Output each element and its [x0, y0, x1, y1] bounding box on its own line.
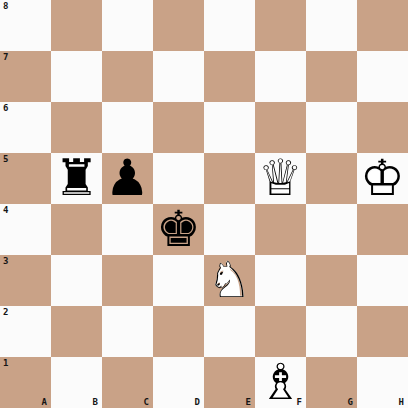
file-label-d: D — [195, 397, 200, 407]
square-b2[interactable] — [51, 306, 102, 357]
square-a3[interactable]: 3 — [0, 255, 51, 306]
white-bishop[interactable]: ♝♗ — [255, 357, 306, 408]
rank-label-5: 5 — [3, 154, 8, 164]
rank-label-2: 2 — [3, 307, 8, 317]
square-f3[interactable] — [255, 255, 306, 306]
square-b6[interactable] — [51, 102, 102, 153]
square-h5[interactable]: ♚♔ — [357, 153, 408, 204]
square-f5[interactable]: ♛♕ — [255, 153, 306, 204]
square-c3[interactable] — [102, 255, 153, 306]
chess-board: 8765♜♟♛♕♚♔4♚3♞♘21ABCDEF♝♗GH — [0, 0, 408, 408]
rank-label-8: 8 — [3, 1, 8, 11]
square-a5[interactable]: 5 — [0, 153, 51, 204]
square-g6[interactable] — [306, 102, 357, 153]
square-e2[interactable] — [204, 306, 255, 357]
square-c1[interactable]: C — [102, 357, 153, 408]
file-label-a: A — [42, 397, 47, 407]
square-f2[interactable] — [255, 306, 306, 357]
square-a4[interactable]: 4 — [0, 204, 51, 255]
square-f7[interactable] — [255, 51, 306, 102]
white-bishop-glyph: ♗ — [255, 357, 306, 408]
square-g8[interactable] — [306, 0, 357, 51]
square-c8[interactable] — [102, 0, 153, 51]
rank-label-1: 1 — [3, 358, 8, 368]
square-g1[interactable]: G — [306, 357, 357, 408]
rank-label-3: 3 — [3, 256, 8, 266]
square-e7[interactable] — [204, 51, 255, 102]
square-d2[interactable] — [153, 306, 204, 357]
square-c7[interactable] — [102, 51, 153, 102]
square-a2[interactable]: 2 — [0, 306, 51, 357]
square-a1[interactable]: 1A — [0, 357, 51, 408]
square-f4[interactable] — [255, 204, 306, 255]
file-label-h: H — [399, 397, 404, 407]
square-b7[interactable] — [51, 51, 102, 102]
rank-label-6: 6 — [3, 103, 8, 113]
white-king[interactable]: ♚♔ — [357, 153, 408, 204]
white-queen-glyph: ♕ — [255, 153, 306, 204]
square-b5[interactable]: ♜ — [51, 153, 102, 204]
square-c5[interactable]: ♟ — [102, 153, 153, 204]
square-c6[interactable] — [102, 102, 153, 153]
square-g7[interactable] — [306, 51, 357, 102]
rank-label-7: 7 — [3, 52, 8, 62]
square-c2[interactable] — [102, 306, 153, 357]
square-h4[interactable] — [357, 204, 408, 255]
black-pawn[interactable]: ♟ — [102, 153, 153, 204]
file-label-b: B — [93, 397, 98, 407]
square-d1[interactable]: D — [153, 357, 204, 408]
black-king[interactable]: ♚ — [153, 204, 204, 255]
file-label-c: C — [144, 397, 149, 407]
square-d7[interactable] — [153, 51, 204, 102]
square-d4[interactable]: ♚ — [153, 204, 204, 255]
square-g4[interactable] — [306, 204, 357, 255]
file-label-e: E — [246, 397, 251, 407]
rank-label-4: 4 — [3, 205, 8, 215]
square-h8[interactable] — [357, 0, 408, 51]
square-e1[interactable]: E — [204, 357, 255, 408]
square-h2[interactable] — [357, 306, 408, 357]
square-f6[interactable] — [255, 102, 306, 153]
black-pawn-glyph: ♟ — [102, 153, 153, 204]
black-king-glyph: ♚ — [153, 204, 204, 255]
square-b1[interactable]: B — [51, 357, 102, 408]
square-e3[interactable]: ♞♘ — [204, 255, 255, 306]
square-h6[interactable] — [357, 102, 408, 153]
square-g5[interactable] — [306, 153, 357, 204]
white-king-glyph: ♔ — [357, 153, 408, 204]
square-e4[interactable] — [204, 204, 255, 255]
square-g3[interactable] — [306, 255, 357, 306]
white-queen[interactable]: ♛♕ — [255, 153, 306, 204]
square-h1[interactable]: H — [357, 357, 408, 408]
square-e6[interactable] — [204, 102, 255, 153]
square-f8[interactable] — [255, 0, 306, 51]
black-rook[interactable]: ♜ — [51, 153, 102, 204]
square-a8[interactable]: 8 — [0, 0, 51, 51]
square-e5[interactable] — [204, 153, 255, 204]
square-h7[interactable] — [357, 51, 408, 102]
square-d6[interactable] — [153, 102, 204, 153]
square-d5[interactable] — [153, 153, 204, 204]
square-a7[interactable]: 7 — [0, 51, 51, 102]
square-a6[interactable]: 6 — [0, 102, 51, 153]
black-rook-glyph: ♜ — [51, 153, 102, 204]
square-c4[interactable] — [102, 204, 153, 255]
square-f1[interactable]: F♝♗ — [255, 357, 306, 408]
square-d8[interactable] — [153, 0, 204, 51]
white-knight-glyph: ♘ — [204, 255, 255, 306]
square-b4[interactable] — [51, 204, 102, 255]
square-d3[interactable] — [153, 255, 204, 306]
square-h3[interactable] — [357, 255, 408, 306]
white-knight[interactable]: ♞♘ — [204, 255, 255, 306]
square-b3[interactable] — [51, 255, 102, 306]
square-g2[interactable] — [306, 306, 357, 357]
square-e8[interactable] — [204, 0, 255, 51]
square-b8[interactable] — [51, 0, 102, 51]
file-label-g: G — [348, 397, 353, 407]
